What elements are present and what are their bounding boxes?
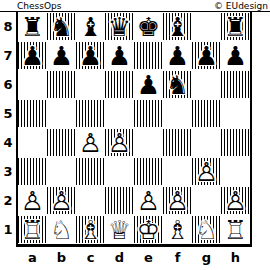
square-b5[interactable]: [47, 99, 76, 128]
white-queen-icon: ♕: [105, 215, 134, 244]
black-pawn-icon: ♟: [221, 41, 250, 70]
rank-label-1: 1: [0, 215, 16, 244]
piece-halo: ♟: [192, 157, 221, 186]
white-pawn-icon: ♙: [221, 186, 250, 215]
square-d8[interactable]: ♛♛: [105, 12, 134, 41]
file-label-e: e: [134, 250, 163, 266]
piece-halo: ♛: [105, 12, 134, 41]
piece-halo: ♟: [221, 41, 250, 70]
square-e4[interactable]: [134, 128, 163, 157]
square-d3[interactable]: [105, 157, 134, 186]
piece-halo: ♞: [47, 12, 76, 41]
piece-halo: ♟: [105, 128, 134, 157]
square-b7[interactable]: ♟♟: [47, 41, 76, 70]
square-a5[interactable]: [18, 99, 47, 128]
white-rook-icon: ♖: [221, 215, 250, 244]
square-a8[interactable]: ♜♜: [18, 12, 47, 41]
square-e8[interactable]: ♚♚: [134, 12, 163, 41]
square-e5[interactable]: [134, 99, 163, 128]
black-queen-icon: ♛: [105, 12, 134, 41]
square-c3[interactable]: [76, 157, 105, 186]
piece-halo: ♜: [221, 215, 250, 244]
file-label-b: b: [47, 250, 76, 266]
square-h2[interactable]: ♟♙: [221, 186, 250, 215]
square-g1[interactable]: ♞♘: [192, 215, 221, 244]
square-h7[interactable]: ♟♟: [221, 41, 250, 70]
black-bishop-icon: ♝: [163, 12, 192, 41]
white-pawn-icon: ♙: [47, 186, 76, 215]
white-pawn-icon: ♙: [192, 157, 221, 186]
black-knight-icon: ♞: [163, 70, 192, 99]
square-a3[interactable]: [18, 157, 47, 186]
file-label-g: g: [192, 250, 221, 266]
square-c1[interactable]: ♝♗: [76, 215, 105, 244]
square-d5[interactable]: [105, 99, 134, 128]
white-pawn-icon: ♙: [163, 186, 192, 215]
piece-halo: ♝: [76, 12, 105, 41]
white-knight-icon: ♘: [47, 215, 76, 244]
square-e3[interactable]: [134, 157, 163, 186]
square-g2[interactable]: [192, 186, 221, 215]
piece-halo: ♟: [163, 41, 192, 70]
square-h1[interactable]: ♜♖: [221, 215, 250, 244]
square-h3[interactable]: [221, 157, 250, 186]
square-c8[interactable]: ♝♝: [76, 12, 105, 41]
square-d7[interactable]: ♟♟: [105, 41, 134, 70]
piece-halo: ♛: [105, 215, 134, 244]
piece-halo: ♞: [47, 215, 76, 244]
square-a4[interactable]: [18, 128, 47, 157]
square-g4[interactable]: [192, 128, 221, 157]
rank-label-8: 8: [0, 12, 16, 41]
piece-halo: ♝: [76, 215, 105, 244]
square-a6[interactable]: [18, 70, 47, 99]
square-g8[interactable]: [192, 12, 221, 41]
chessops-window: ChessOps © EUdesign 87654321 ♜♜♞♞♝♝♛♛♚♚♝…: [0, 0, 270, 270]
file-label-d: d: [105, 250, 134, 266]
black-pawn-icon: ♟: [192, 41, 221, 70]
square-d4[interactable]: ♟♙: [105, 128, 134, 157]
copyright-notice: © EUdesign: [214, 1, 268, 11]
black-king-icon: ♚: [134, 12, 163, 41]
square-a7[interactable]: ♟♟: [18, 41, 47, 70]
square-c6[interactable]: [76, 70, 105, 99]
piece-halo: ♟: [163, 186, 192, 215]
white-bishop-icon: ♗: [163, 215, 192, 244]
file-label-a: a: [18, 250, 47, 266]
black-pawn-icon: ♟: [76, 41, 105, 70]
black-rook-icon: ♜: [221, 12, 250, 41]
piece-halo: ♟: [47, 186, 76, 215]
piece-halo: ♟: [134, 70, 163, 99]
square-b8[interactable]: ♞♞: [47, 12, 76, 41]
piece-halo: ♚: [134, 215, 163, 244]
piece-halo: ♟: [192, 41, 221, 70]
white-rook-icon: ♖: [18, 215, 47, 244]
square-g6[interactable]: [192, 70, 221, 99]
square-e7[interactable]: [134, 41, 163, 70]
black-bishop-icon: ♝: [76, 12, 105, 41]
white-bishop-icon: ♗: [76, 215, 105, 244]
piece-halo: ♜: [221, 12, 250, 41]
piece-halo: ♟: [18, 41, 47, 70]
white-pawn-icon: ♙: [134, 186, 163, 215]
piece-halo: ♟: [221, 186, 250, 215]
piece-halo: ♞: [163, 70, 192, 99]
square-b2[interactable]: ♟♙: [47, 186, 76, 215]
piece-halo: ♜: [18, 215, 47, 244]
square-c5[interactable]: [76, 99, 105, 128]
black-pawn-icon: ♟: [105, 41, 134, 70]
square-h4[interactable]: [221, 128, 250, 157]
square-f2[interactable]: ♟♙: [163, 186, 192, 215]
piece-halo: ♝: [163, 12, 192, 41]
square-e6[interactable]: ♟♟: [134, 70, 163, 99]
black-pawn-icon: ♟: [134, 70, 163, 99]
square-b4[interactable]: [47, 128, 76, 157]
piece-halo: ♟: [18, 186, 47, 215]
white-king-icon: ♔: [134, 215, 163, 244]
square-a2[interactable]: ♟♙: [18, 186, 47, 215]
square-g7[interactable]: ♟♟: [192, 41, 221, 70]
square-f7[interactable]: ♟♟: [163, 41, 192, 70]
square-c4[interactable]: ♟♙: [76, 128, 105, 157]
square-e1[interactable]: ♚♔: [134, 215, 163, 244]
square-f4[interactable]: [163, 128, 192, 157]
square-f3[interactable]: [163, 157, 192, 186]
rank-label-4: 4: [0, 128, 16, 157]
file-label-h: h: [221, 250, 250, 266]
white-pawn-icon: ♙: [76, 128, 105, 157]
black-pawn-icon: ♟: [47, 41, 76, 70]
file-label-c: c: [76, 250, 105, 266]
piece-halo: ♟: [47, 41, 76, 70]
square-f8[interactable]: ♝♝: [163, 12, 192, 41]
square-h8[interactable]: ♜♜: [221, 12, 250, 41]
square-d1[interactable]: ♛♕: [105, 215, 134, 244]
square-d6[interactable]: [105, 70, 134, 99]
square-c2[interactable]: [76, 186, 105, 215]
square-b3[interactable]: [47, 157, 76, 186]
square-g5[interactable]: [192, 99, 221, 128]
black-rook-icon: ♜: [18, 12, 47, 41]
square-e2[interactable]: ♟♙: [134, 186, 163, 215]
square-h6[interactable]: [221, 70, 250, 99]
square-c7[interactable]: ♟♟: [76, 41, 105, 70]
board: ♜♜♞♞♝♝♛♛♚♚♝♝♜♜♟♟♟♟♟♟♟♟♟♟♟♟♟♟♟♟♞♞♟♙♟♙♟♙♟♙…: [16, 11, 252, 247]
square-a1[interactable]: ♜♖: [18, 215, 47, 244]
piece-halo: ♚: [134, 12, 163, 41]
black-pawn-icon: ♟: [18, 41, 47, 70]
white-knight-icon: ♘: [192, 215, 221, 244]
square-b1[interactable]: ♞♘: [47, 215, 76, 244]
piece-halo: ♞: [192, 215, 221, 244]
rank-label-3: 3: [0, 157, 16, 186]
piece-halo: ♟: [76, 41, 105, 70]
square-h5[interactable]: [221, 99, 250, 128]
rank-label-2: 2: [0, 186, 16, 215]
square-f5[interactable]: [163, 99, 192, 128]
rank-label-7: 7: [0, 41, 16, 70]
white-pawn-icon: ♙: [105, 128, 134, 157]
piece-halo: ♟: [76, 128, 105, 157]
square-f6[interactable]: ♞♞: [163, 70, 192, 99]
piece-halo: ♟: [105, 41, 134, 70]
square-d2[interactable]: [105, 186, 134, 215]
square-g3[interactable]: ♟♙: [192, 157, 221, 186]
piece-halo: ♜: [18, 12, 47, 41]
piece-halo: ♟: [134, 186, 163, 215]
rank-label-6: 6: [0, 70, 16, 99]
black-pawn-icon: ♟: [163, 41, 192, 70]
rank-label-5: 5: [0, 99, 16, 128]
white-pawn-icon: ♙: [18, 186, 47, 215]
black-knight-icon: ♞: [47, 12, 76, 41]
app-title: ChessOps: [17, 1, 61, 11]
piece-halo: ♝: [163, 215, 192, 244]
square-b6[interactable]: [47, 70, 76, 99]
file-label-f: f: [163, 250, 192, 266]
square-f1[interactable]: ♝♗: [163, 215, 192, 244]
